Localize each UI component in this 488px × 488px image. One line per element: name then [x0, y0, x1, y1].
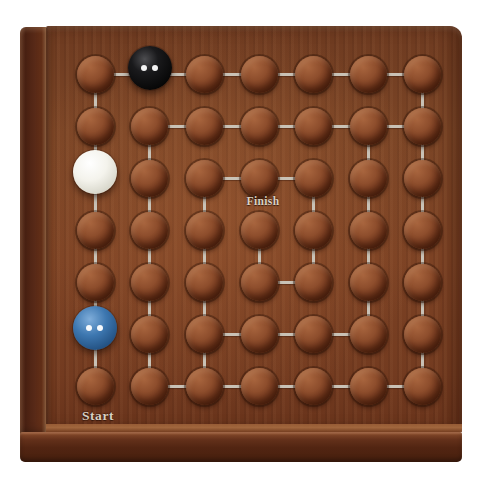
peg-r5c3	[186, 264, 223, 301]
peg-r2c1	[77, 108, 114, 145]
peg-r3c4	[241, 160, 278, 197]
peg-r3c3	[186, 160, 223, 197]
specular-highlight	[97, 325, 103, 331]
peg-r6c2	[131, 316, 168, 353]
photo-background: Finish Start	[0, 0, 488, 488]
black-marble[interactable]	[128, 46, 172, 90]
peg-r3c2	[131, 160, 168, 197]
peg-r1c3	[186, 56, 223, 93]
peg-r2c7	[404, 108, 441, 145]
start-label: Start	[82, 408, 114, 424]
peg-r7c7	[404, 368, 441, 405]
peg-r5c4	[241, 264, 278, 301]
peg-r7c1	[77, 368, 114, 405]
peg-r3c7	[404, 160, 441, 197]
peg-r5c2	[131, 264, 168, 301]
peg-r7c6	[350, 368, 387, 405]
peg-r4c4	[241, 212, 278, 249]
peg-r1c7	[404, 56, 441, 93]
peg-r5c6	[350, 264, 387, 301]
peg-r3c6	[350, 160, 387, 197]
peg-r7c2	[131, 368, 168, 405]
specular-highlight	[141, 65, 147, 71]
peg-r2c3	[186, 108, 223, 145]
peg-r4c7	[404, 212, 441, 249]
peg-r2c2	[131, 108, 168, 145]
peg-r4c3	[186, 212, 223, 249]
peg-r7c4	[241, 368, 278, 405]
peg-r5c5	[295, 264, 332, 301]
peg-r3c5	[295, 160, 332, 197]
peg-r4c5	[295, 212, 332, 249]
peg-r1c1	[77, 56, 114, 93]
maze-board	[0, 0, 488, 488]
blue-marble[interactable]	[73, 306, 117, 350]
peg-r2c4	[241, 108, 278, 145]
peg-r6c5	[295, 316, 332, 353]
peg-r4c6	[350, 212, 387, 249]
peg-r1c5	[295, 56, 332, 93]
peg-r5c1	[77, 264, 114, 301]
peg-r6c6	[350, 316, 387, 353]
peg-r2c6	[350, 108, 387, 145]
specular-highlight	[86, 325, 92, 331]
white-marble[interactable]	[73, 150, 117, 194]
peg-r5c7	[404, 264, 441, 301]
peg-r6c3	[186, 316, 223, 353]
specular-highlight	[152, 65, 158, 71]
peg-r6c7	[404, 316, 441, 353]
peg-r4c2	[131, 212, 168, 249]
peg-r7c5	[295, 368, 332, 405]
finish-label: Finish	[246, 195, 279, 207]
peg-r6c4	[241, 316, 278, 353]
peg-r2c5	[295, 108, 332, 145]
peg-r7c3	[186, 368, 223, 405]
peg-r4c1	[77, 212, 114, 249]
peg-r1c6	[350, 56, 387, 93]
peg-r1c4	[241, 56, 278, 93]
